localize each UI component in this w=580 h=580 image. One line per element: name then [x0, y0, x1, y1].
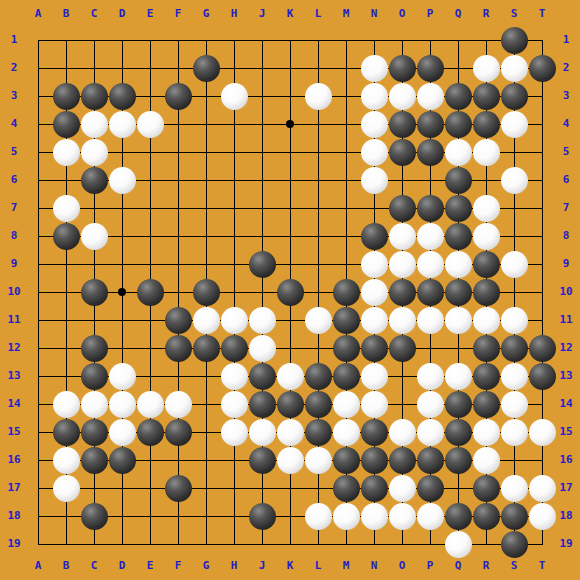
intersection-H12[interactable] [220, 334, 248, 362]
intersection-R8[interactable] [472, 222, 500, 250]
intersection-C9[interactable] [80, 250, 108, 278]
intersection-J15[interactable] [248, 418, 276, 446]
intersection-S16[interactable] [500, 446, 528, 474]
intersection-J17[interactable] [248, 474, 276, 502]
intersection-T13[interactable] [528, 362, 556, 390]
intersection-P7[interactable] [416, 194, 444, 222]
intersection-Q1[interactable] [444, 26, 472, 54]
intersection-B16[interactable] [52, 446, 80, 474]
intersection-L8[interactable] [304, 222, 332, 250]
intersection-B13[interactable] [52, 362, 80, 390]
intersection-D13[interactable] [108, 362, 136, 390]
intersection-C11[interactable] [80, 306, 108, 334]
intersection-A12[interactable] [24, 334, 52, 362]
intersection-L19[interactable] [304, 530, 332, 558]
intersection-G13[interactable] [192, 362, 220, 390]
intersection-N18[interactable] [360, 502, 388, 530]
intersection-J7[interactable] [248, 194, 276, 222]
intersection-T7[interactable] [528, 194, 556, 222]
intersection-A16[interactable] [24, 446, 52, 474]
intersection-J9[interactable] [248, 250, 276, 278]
intersection-F7[interactable] [164, 194, 192, 222]
intersection-L7[interactable] [304, 194, 332, 222]
intersection-M10[interactable] [332, 278, 360, 306]
intersection-S11[interactable] [500, 306, 528, 334]
intersection-J13[interactable] [248, 362, 276, 390]
intersection-O3[interactable] [388, 82, 416, 110]
intersection-S5[interactable] [500, 138, 528, 166]
intersection-J2[interactable] [248, 54, 276, 82]
intersection-F14[interactable] [164, 390, 192, 418]
intersection-Q18[interactable] [444, 502, 472, 530]
intersection-B8[interactable] [52, 222, 80, 250]
intersection-O10[interactable] [388, 278, 416, 306]
intersection-G16[interactable] [192, 446, 220, 474]
intersection-H3[interactable] [220, 82, 248, 110]
intersection-S14[interactable] [500, 390, 528, 418]
intersection-T14[interactable] [528, 390, 556, 418]
intersection-M9[interactable] [332, 250, 360, 278]
intersection-G3[interactable] [192, 82, 220, 110]
intersection-G2[interactable] [192, 54, 220, 82]
intersection-S2[interactable] [500, 54, 528, 82]
intersection-Q11[interactable] [444, 306, 472, 334]
intersection-O7[interactable] [388, 194, 416, 222]
intersection-M12[interactable] [332, 334, 360, 362]
intersection-F6[interactable] [164, 166, 192, 194]
intersection-O6[interactable] [388, 166, 416, 194]
intersection-P8[interactable] [416, 222, 444, 250]
intersection-P12[interactable] [416, 334, 444, 362]
intersection-K17[interactable] [276, 474, 304, 502]
intersection-B1[interactable] [52, 26, 80, 54]
intersection-T3[interactable] [528, 82, 556, 110]
intersection-L15[interactable] [304, 418, 332, 446]
intersection-M7[interactable] [332, 194, 360, 222]
intersection-G11[interactable] [192, 306, 220, 334]
intersection-F19[interactable] [164, 530, 192, 558]
intersection-H9[interactable] [220, 250, 248, 278]
intersection-P16[interactable] [416, 446, 444, 474]
intersection-O8[interactable] [388, 222, 416, 250]
intersection-B17[interactable] [52, 474, 80, 502]
intersection-L2[interactable] [304, 54, 332, 82]
intersection-R9[interactable] [472, 250, 500, 278]
intersection-G15[interactable] [192, 418, 220, 446]
intersection-K6[interactable] [276, 166, 304, 194]
intersection-F12[interactable] [164, 334, 192, 362]
intersection-H18[interactable] [220, 502, 248, 530]
intersection-T12[interactable] [528, 334, 556, 362]
intersection-F4[interactable] [164, 110, 192, 138]
intersection-Q14[interactable] [444, 390, 472, 418]
intersection-R10[interactable] [472, 278, 500, 306]
intersection-O16[interactable] [388, 446, 416, 474]
intersection-S13[interactable] [500, 362, 528, 390]
intersection-P18[interactable] [416, 502, 444, 530]
intersection-C17[interactable] [80, 474, 108, 502]
intersection-A7[interactable] [24, 194, 52, 222]
intersection-F15[interactable] [164, 418, 192, 446]
intersection-M13[interactable] [332, 362, 360, 390]
intersection-C15[interactable] [80, 418, 108, 446]
intersection-E2[interactable] [136, 54, 164, 82]
intersection-F16[interactable] [164, 446, 192, 474]
intersection-G18[interactable] [192, 502, 220, 530]
intersection-E3[interactable] [136, 82, 164, 110]
intersection-S6[interactable] [500, 166, 528, 194]
intersection-N11[interactable] [360, 306, 388, 334]
intersection-P14[interactable] [416, 390, 444, 418]
intersection-K19[interactable] [276, 530, 304, 558]
intersection-J3[interactable] [248, 82, 276, 110]
intersection-D12[interactable] [108, 334, 136, 362]
intersection-G9[interactable] [192, 250, 220, 278]
intersection-G12[interactable] [192, 334, 220, 362]
intersection-R19[interactable] [472, 530, 500, 558]
intersection-J18[interactable] [248, 502, 276, 530]
intersection-Q17[interactable] [444, 474, 472, 502]
intersection-J11[interactable] [248, 306, 276, 334]
intersection-N8[interactable] [360, 222, 388, 250]
intersection-T18[interactable] [528, 502, 556, 530]
intersection-Q16[interactable] [444, 446, 472, 474]
intersection-H10[interactable] [220, 278, 248, 306]
intersection-P15[interactable] [416, 418, 444, 446]
intersection-Q8[interactable] [444, 222, 472, 250]
intersection-Q3[interactable] [444, 82, 472, 110]
intersection-N14[interactable] [360, 390, 388, 418]
intersection-D7[interactable] [108, 194, 136, 222]
intersection-H1[interactable] [220, 26, 248, 54]
intersection-H13[interactable] [220, 362, 248, 390]
intersection-R1[interactable] [472, 26, 500, 54]
intersection-G1[interactable] [192, 26, 220, 54]
intersection-B12[interactable] [52, 334, 80, 362]
intersection-M11[interactable] [332, 306, 360, 334]
intersection-M17[interactable] [332, 474, 360, 502]
intersection-R17[interactable] [472, 474, 500, 502]
intersection-D8[interactable] [108, 222, 136, 250]
intersection-K11[interactable] [276, 306, 304, 334]
intersection-S12[interactable] [500, 334, 528, 362]
intersection-M6[interactable] [332, 166, 360, 194]
intersection-J19[interactable] [248, 530, 276, 558]
intersection-H5[interactable] [220, 138, 248, 166]
intersection-O11[interactable] [388, 306, 416, 334]
intersection-D17[interactable] [108, 474, 136, 502]
intersection-B2[interactable] [52, 54, 80, 82]
intersection-O1[interactable] [388, 26, 416, 54]
intersection-B19[interactable] [52, 530, 80, 558]
intersection-J4[interactable] [248, 110, 276, 138]
intersection-F13[interactable] [164, 362, 192, 390]
intersection-T10[interactable] [528, 278, 556, 306]
intersection-H7[interactable] [220, 194, 248, 222]
intersection-R4[interactable] [472, 110, 500, 138]
intersection-A13[interactable] [24, 362, 52, 390]
intersection-G7[interactable] [192, 194, 220, 222]
intersection-C14[interactable] [80, 390, 108, 418]
intersection-N13[interactable] [360, 362, 388, 390]
intersection-D19[interactable] [108, 530, 136, 558]
intersection-N12[interactable] [360, 334, 388, 362]
intersection-D5[interactable] [108, 138, 136, 166]
intersection-T5[interactable] [528, 138, 556, 166]
intersection-N5[interactable] [360, 138, 388, 166]
intersection-G4[interactable] [192, 110, 220, 138]
intersection-K15[interactable] [276, 418, 304, 446]
intersection-T11[interactable] [528, 306, 556, 334]
intersection-C8[interactable] [80, 222, 108, 250]
intersection-E13[interactable] [136, 362, 164, 390]
intersection-P19[interactable] [416, 530, 444, 558]
intersection-B5[interactable] [52, 138, 80, 166]
intersection-P5[interactable] [416, 138, 444, 166]
intersection-C2[interactable] [80, 54, 108, 82]
intersection-B4[interactable] [52, 110, 80, 138]
intersection-F2[interactable] [164, 54, 192, 82]
intersection-A2[interactable] [24, 54, 52, 82]
intersection-F3[interactable] [164, 82, 192, 110]
intersection-R18[interactable] [472, 502, 500, 530]
intersection-K2[interactable] [276, 54, 304, 82]
intersection-L4[interactable] [304, 110, 332, 138]
intersection-E4[interactable] [136, 110, 164, 138]
intersection-L1[interactable] [304, 26, 332, 54]
intersection-A9[interactable] [24, 250, 52, 278]
intersection-T15[interactable] [528, 418, 556, 446]
intersection-A17[interactable] [24, 474, 52, 502]
intersection-G10[interactable] [192, 278, 220, 306]
intersection-G17[interactable] [192, 474, 220, 502]
intersection-H17[interactable] [220, 474, 248, 502]
intersection-Q5[interactable] [444, 138, 472, 166]
intersection-E15[interactable] [136, 418, 164, 446]
intersection-R11[interactable] [472, 306, 500, 334]
intersection-D14[interactable] [108, 390, 136, 418]
intersection-S9[interactable] [500, 250, 528, 278]
intersection-T1[interactable] [528, 26, 556, 54]
intersection-L12[interactable] [304, 334, 332, 362]
intersection-F5[interactable] [164, 138, 192, 166]
intersection-A5[interactable] [24, 138, 52, 166]
intersection-E8[interactable] [136, 222, 164, 250]
intersection-J10[interactable] [248, 278, 276, 306]
intersection-J1[interactable] [248, 26, 276, 54]
intersection-M2[interactable] [332, 54, 360, 82]
intersection-E9[interactable] [136, 250, 164, 278]
intersection-C13[interactable] [80, 362, 108, 390]
intersection-J6[interactable] [248, 166, 276, 194]
intersection-Q15[interactable] [444, 418, 472, 446]
intersection-A11[interactable] [24, 306, 52, 334]
intersection-E19[interactable] [136, 530, 164, 558]
intersection-S7[interactable] [500, 194, 528, 222]
intersection-R5[interactable] [472, 138, 500, 166]
intersection-Q7[interactable] [444, 194, 472, 222]
intersection-A19[interactable] [24, 530, 52, 558]
intersection-A1[interactable] [24, 26, 52, 54]
intersection-B14[interactable] [52, 390, 80, 418]
intersection-N17[interactable] [360, 474, 388, 502]
intersection-K9[interactable] [276, 250, 304, 278]
intersection-H14[interactable] [220, 390, 248, 418]
intersection-M14[interactable] [332, 390, 360, 418]
intersection-G6[interactable] [192, 166, 220, 194]
intersection-A8[interactable] [24, 222, 52, 250]
intersection-K18[interactable] [276, 502, 304, 530]
intersection-H15[interactable] [220, 418, 248, 446]
intersection-M3[interactable] [332, 82, 360, 110]
intersection-O12[interactable] [388, 334, 416, 362]
intersection-Q9[interactable] [444, 250, 472, 278]
intersection-N16[interactable] [360, 446, 388, 474]
intersection-B11[interactable] [52, 306, 80, 334]
intersection-A15[interactable] [24, 418, 52, 446]
intersection-M16[interactable] [332, 446, 360, 474]
intersection-A6[interactable] [24, 166, 52, 194]
intersection-L10[interactable] [304, 278, 332, 306]
intersection-M4[interactable] [332, 110, 360, 138]
intersection-R16[interactable] [472, 446, 500, 474]
intersection-K16[interactable] [276, 446, 304, 474]
intersection-F9[interactable] [164, 250, 192, 278]
intersection-N4[interactable] [360, 110, 388, 138]
intersection-G14[interactable] [192, 390, 220, 418]
intersection-T9[interactable] [528, 250, 556, 278]
intersection-A14[interactable] [24, 390, 52, 418]
intersection-F10[interactable] [164, 278, 192, 306]
intersection-T8[interactable] [528, 222, 556, 250]
intersection-K1[interactable] [276, 26, 304, 54]
intersection-Q12[interactable] [444, 334, 472, 362]
intersection-O14[interactable] [388, 390, 416, 418]
intersection-P6[interactable] [416, 166, 444, 194]
intersection-E14[interactable] [136, 390, 164, 418]
intersection-H4[interactable] [220, 110, 248, 138]
intersection-S8[interactable] [500, 222, 528, 250]
intersection-P4[interactable] [416, 110, 444, 138]
intersection-L14[interactable] [304, 390, 332, 418]
intersection-S3[interactable] [500, 82, 528, 110]
intersection-O9[interactable] [388, 250, 416, 278]
intersection-K13[interactable] [276, 362, 304, 390]
intersection-P11[interactable] [416, 306, 444, 334]
intersection-P13[interactable] [416, 362, 444, 390]
intersection-O13[interactable] [388, 362, 416, 390]
intersection-C6[interactable] [80, 166, 108, 194]
intersection-H8[interactable] [220, 222, 248, 250]
intersection-C3[interactable] [80, 82, 108, 110]
intersection-J5[interactable] [248, 138, 276, 166]
intersection-B3[interactable] [52, 82, 80, 110]
intersection-P3[interactable] [416, 82, 444, 110]
intersection-T2[interactable] [528, 54, 556, 82]
intersection-K3[interactable] [276, 82, 304, 110]
intersection-L16[interactable] [304, 446, 332, 474]
intersection-O2[interactable] [388, 54, 416, 82]
intersection-N15[interactable] [360, 418, 388, 446]
intersection-L13[interactable] [304, 362, 332, 390]
intersection-T19[interactable] [528, 530, 556, 558]
intersection-Q4[interactable] [444, 110, 472, 138]
intersection-S18[interactable] [500, 502, 528, 530]
intersection-S10[interactable] [500, 278, 528, 306]
intersection-M5[interactable] [332, 138, 360, 166]
intersection-P9[interactable] [416, 250, 444, 278]
intersection-E5[interactable] [136, 138, 164, 166]
intersection-L17[interactable] [304, 474, 332, 502]
intersection-L11[interactable] [304, 306, 332, 334]
intersection-L5[interactable] [304, 138, 332, 166]
intersection-R13[interactable] [472, 362, 500, 390]
intersection-O15[interactable] [388, 418, 416, 446]
intersection-N19[interactable] [360, 530, 388, 558]
intersection-K7[interactable] [276, 194, 304, 222]
intersection-K8[interactable] [276, 222, 304, 250]
intersection-S19[interactable] [500, 530, 528, 558]
intersection-A3[interactable] [24, 82, 52, 110]
intersection-K14[interactable] [276, 390, 304, 418]
intersection-J12[interactable] [248, 334, 276, 362]
intersection-N6[interactable] [360, 166, 388, 194]
intersection-J16[interactable] [248, 446, 276, 474]
intersection-F18[interactable] [164, 502, 192, 530]
intersection-B10[interactable] [52, 278, 80, 306]
intersection-M18[interactable] [332, 502, 360, 530]
intersection-H6[interactable] [220, 166, 248, 194]
intersection-R12[interactable] [472, 334, 500, 362]
intersection-Q2[interactable] [444, 54, 472, 82]
intersection-N1[interactable] [360, 26, 388, 54]
intersection-O4[interactable] [388, 110, 416, 138]
intersection-M15[interactable] [332, 418, 360, 446]
intersection-F8[interactable] [164, 222, 192, 250]
intersection-E10[interactable] [136, 278, 164, 306]
intersection-O5[interactable] [388, 138, 416, 166]
intersection-L18[interactable] [304, 502, 332, 530]
intersection-R3[interactable] [472, 82, 500, 110]
intersection-H16[interactable] [220, 446, 248, 474]
intersection-E17[interactable] [136, 474, 164, 502]
intersection-K12[interactable] [276, 334, 304, 362]
intersection-Q13[interactable] [444, 362, 472, 390]
intersection-D15[interactable] [108, 418, 136, 446]
intersection-G5[interactable] [192, 138, 220, 166]
intersection-R2[interactable] [472, 54, 500, 82]
intersection-D9[interactable] [108, 250, 136, 278]
intersection-K5[interactable] [276, 138, 304, 166]
intersection-E18[interactable] [136, 502, 164, 530]
intersection-D10[interactable] [108, 278, 136, 306]
intersection-R15[interactable] [472, 418, 500, 446]
intersection-N3[interactable] [360, 82, 388, 110]
intersection-D11[interactable] [108, 306, 136, 334]
intersection-M1[interactable] [332, 26, 360, 54]
intersection-S4[interactable] [500, 110, 528, 138]
intersection-J14[interactable] [248, 390, 276, 418]
intersection-A18[interactable] [24, 502, 52, 530]
intersection-C16[interactable] [80, 446, 108, 474]
intersection-T16[interactable] [528, 446, 556, 474]
intersection-P10[interactable] [416, 278, 444, 306]
intersection-C12[interactable] [80, 334, 108, 362]
intersection-S15[interactable] [500, 418, 528, 446]
intersection-D1[interactable] [108, 26, 136, 54]
intersection-S1[interactable] [500, 26, 528, 54]
intersection-L9[interactable] [304, 250, 332, 278]
